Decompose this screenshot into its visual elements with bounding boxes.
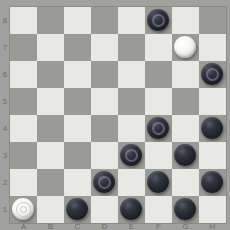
rank-label-4: 4: [0, 115, 10, 142]
file-label-b: B: [37, 223, 64, 230]
square-b4[interactable]: [37, 115, 64, 142]
square-b6[interactable]: [37, 61, 64, 88]
square-a7[interactable]: [10, 34, 37, 61]
square-h2[interactable]: [199, 169, 226, 196]
square-d6[interactable]: [91, 61, 118, 88]
rank-label-7: 7: [0, 34, 10, 61]
square-f2[interactable]: [145, 169, 172, 196]
piece-black-man-g1[interactable]: [174, 198, 196, 220]
square-d3[interactable]: [91, 142, 118, 169]
piece-white-king-a1[interactable]: [12, 198, 34, 220]
square-d4[interactable]: [91, 115, 118, 142]
square-h3[interactable]: [199, 142, 226, 169]
square-b8[interactable]: [37, 7, 64, 34]
rank-label-6: 6: [0, 61, 10, 88]
file-label-a: A: [10, 223, 37, 230]
square-c6[interactable]: [64, 61, 91, 88]
square-c3[interactable]: [64, 142, 91, 169]
square-f6[interactable]: [145, 61, 172, 88]
square-g7[interactable]: [172, 34, 199, 61]
square-b7[interactable]: [37, 34, 64, 61]
square-e5[interactable]: [118, 88, 145, 115]
piece-black-king-f4[interactable]: [147, 117, 169, 139]
file-label-h: H: [199, 223, 226, 230]
file-label-g: G: [172, 223, 199, 230]
square-d1[interactable]: [91, 196, 118, 223]
square-h8[interactable]: [199, 7, 226, 34]
piece-black-king-e3[interactable]: [120, 144, 142, 166]
square-g1[interactable]: [172, 196, 199, 223]
file-label-d: D: [91, 223, 118, 230]
piece-black-man-f2[interactable]: [147, 171, 169, 193]
piece-black-man-h4[interactable]: [201, 117, 223, 139]
square-e7[interactable]: [118, 34, 145, 61]
square-a6[interactable]: [10, 61, 37, 88]
rank-labels: 87654321: [0, 7, 10, 223]
piece-black-king-f8[interactable]: [147, 9, 169, 31]
square-e1[interactable]: [118, 196, 145, 223]
square-a4[interactable]: [10, 115, 37, 142]
piece-black-king-d2[interactable]: [93, 171, 115, 193]
square-g8[interactable]: [172, 7, 199, 34]
piece-black-man-c1[interactable]: [66, 198, 88, 220]
square-f7[interactable]: [145, 34, 172, 61]
square-a5[interactable]: [10, 88, 37, 115]
piece-black-man-e1[interactable]: [120, 198, 142, 220]
square-e8[interactable]: [118, 7, 145, 34]
square-f1[interactable]: [145, 196, 172, 223]
square-d2[interactable]: [91, 169, 118, 196]
rank-label-1: 1: [0, 196, 10, 223]
rank-label-5: 5: [0, 88, 10, 115]
square-f5[interactable]: [145, 88, 172, 115]
square-b1[interactable]: [37, 196, 64, 223]
file-labels: ABCDEFGH: [10, 223, 226, 230]
square-a8[interactable]: [10, 7, 37, 34]
square-d7[interactable]: [91, 34, 118, 61]
square-e4[interactable]: [118, 115, 145, 142]
square-c2[interactable]: [64, 169, 91, 196]
square-c4[interactable]: [64, 115, 91, 142]
square-e2[interactable]: [118, 169, 145, 196]
square-c7[interactable]: [64, 34, 91, 61]
rank-label-2: 2: [0, 169, 10, 196]
rank-label-8: 8: [0, 7, 10, 34]
square-f8[interactable]: [145, 7, 172, 34]
square-c1[interactable]: [64, 196, 91, 223]
square-d8[interactable]: [91, 7, 118, 34]
square-g6[interactable]: [172, 61, 199, 88]
square-e3[interactable]: [118, 142, 145, 169]
square-g3[interactable]: [172, 142, 199, 169]
square-c8[interactable]: [64, 7, 91, 34]
piece-black-king-h6[interactable]: [201, 63, 223, 85]
square-h5[interactable]: [199, 88, 226, 115]
square-c5[interactable]: [64, 88, 91, 115]
checkers-board: [10, 7, 226, 223]
square-h6[interactable]: [199, 61, 226, 88]
square-a2[interactable]: [10, 169, 37, 196]
piece-black-man-h2[interactable]: [201, 171, 223, 193]
file-label-f: F: [145, 223, 172, 230]
square-g2[interactable]: [172, 169, 199, 196]
rank-label-3: 3: [0, 142, 10, 169]
square-b3[interactable]: [37, 142, 64, 169]
square-e6[interactable]: [118, 61, 145, 88]
checkers-app: 87654321 ABCDEFGH: [0, 0, 230, 230]
square-b2[interactable]: [37, 169, 64, 196]
square-f3[interactable]: [145, 142, 172, 169]
piece-black-man-g3[interactable]: [174, 144, 196, 166]
square-f4[interactable]: [145, 115, 172, 142]
square-g5[interactable]: [172, 88, 199, 115]
square-a1[interactable]: [10, 196, 37, 223]
square-h4[interactable]: [199, 115, 226, 142]
square-a3[interactable]: [10, 142, 37, 169]
file-label-e: E: [118, 223, 145, 230]
square-g4[interactable]: [172, 115, 199, 142]
piece-white-man-g7[interactable]: [174, 36, 196, 58]
square-h7[interactable]: [199, 34, 226, 61]
square-b5[interactable]: [37, 88, 64, 115]
square-h1[interactable]: [199, 196, 226, 223]
file-label-c: C: [64, 223, 91, 230]
square-d5[interactable]: [91, 88, 118, 115]
